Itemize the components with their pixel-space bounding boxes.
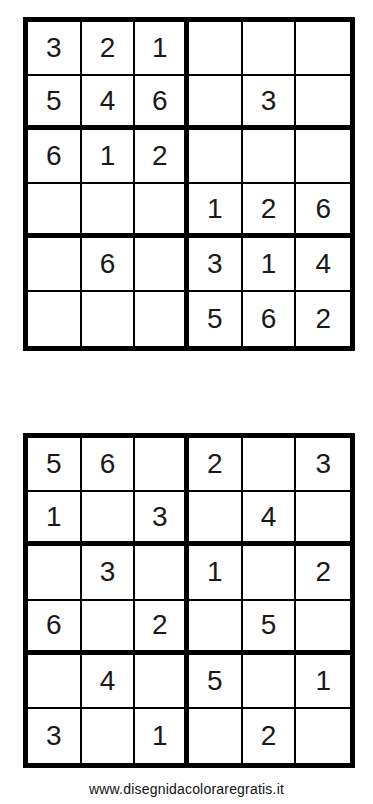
website-footer: www.disegnidacoloraregratis.it [0, 781, 373, 797]
p1-cell-r4c5: 2 [243, 184, 297, 238]
p1-cell-r2c3: 6 [135, 76, 189, 130]
p2-cell-r2c2 [82, 492, 136, 546]
p2-cell-r1c3 [135, 438, 189, 492]
p2-cell-r5c6: 1 [296, 655, 350, 709]
p1-cell-r5c4: 3 [189, 238, 243, 292]
p1-cell-r3c5 [243, 130, 297, 184]
p2-cell-r3c4: 1 [189, 546, 243, 600]
sudoku-board-1: 32154636121266314562 [23, 17, 355, 351]
p1-cell-r4c1 [28, 184, 82, 238]
p1-cell-r1c3: 1 [135, 22, 189, 76]
p1-cell-r2c6 [296, 76, 350, 130]
p2-cell-r2c5: 4 [243, 492, 297, 546]
p1-cell-r3c1: 6 [28, 130, 82, 184]
p2-cell-r2c1: 1 [28, 492, 82, 546]
p2-cell-r3c5 [243, 546, 297, 600]
sudoku-board-2: 5623134312625451312 [23, 433, 355, 768]
p1-cell-r1c2: 2 [82, 22, 136, 76]
p2-cell-r4c2 [82, 601, 136, 655]
printable-sudoku-page: 32154636121266314562 5623134312625451312… [0, 0, 373, 804]
p2-cell-r3c6: 2 [296, 546, 350, 600]
p1-cell-r1c4 [189, 22, 243, 76]
p2-cell-r1c4: 2 [189, 438, 243, 492]
p1-cell-r3c4 [189, 130, 243, 184]
p2-cell-r3c1 [28, 546, 82, 600]
p2-cell-r6c1: 3 [28, 709, 82, 763]
p1-cell-r6c4: 5 [189, 292, 243, 346]
p2-cell-r3c3 [135, 546, 189, 600]
p2-cell-r4c4 [189, 601, 243, 655]
p1-cell-r2c5: 3 [243, 76, 297, 130]
p2-cell-r4c3: 2 [135, 601, 189, 655]
p2-cell-r6c6 [296, 709, 350, 763]
p2-cell-r4c1: 6 [28, 601, 82, 655]
p1-cell-r5c1 [28, 238, 82, 292]
p2-cell-r4c5: 5 [243, 601, 297, 655]
p1-cell-r4c6: 6 [296, 184, 350, 238]
p1-cell-r6c2 [82, 292, 136, 346]
p2-cell-r2c3: 3 [135, 492, 189, 546]
p1-cell-r1c5 [243, 22, 297, 76]
p2-cell-r5c1 [28, 655, 82, 709]
p1-cell-r4c4: 1 [189, 184, 243, 238]
p2-cell-r6c4 [189, 709, 243, 763]
p2-cell-r4c6 [296, 601, 350, 655]
p1-cell-r4c3 [135, 184, 189, 238]
p2-cell-r6c5: 2 [243, 709, 297, 763]
p1-cell-r3c6 [296, 130, 350, 184]
p2-cell-r1c2: 6 [82, 438, 136, 492]
p1-cell-r5c5: 1 [243, 238, 297, 292]
p1-cell-r5c2: 6 [82, 238, 136, 292]
p2-cell-r1c5 [243, 438, 297, 492]
p1-cell-r5c6: 4 [296, 238, 350, 292]
p1-cell-r6c5: 6 [243, 292, 297, 346]
p2-cell-r6c2 [82, 709, 136, 763]
p2-cell-r5c2: 4 [82, 655, 136, 709]
p2-cell-r1c1: 5 [28, 438, 82, 492]
p1-cell-r6c1 [28, 292, 82, 346]
p2-cell-r6c3: 1 [135, 709, 189, 763]
p1-cell-r5c3 [135, 238, 189, 292]
p1-cell-r3c2: 1 [82, 130, 136, 184]
p1-cell-r2c4 [189, 76, 243, 130]
p1-cell-r2c1: 5 [28, 76, 82, 130]
p2-cell-r1c6: 3 [296, 438, 350, 492]
p2-cell-r2c4 [189, 492, 243, 546]
p1-cell-r6c6: 2 [296, 292, 350, 346]
p2-cell-r3c2: 3 [82, 546, 136, 600]
p1-cell-r6c3 [135, 292, 189, 346]
p1-cell-r1c6 [296, 22, 350, 76]
p1-cell-r3c3: 2 [135, 130, 189, 184]
p2-cell-r5c3 [135, 655, 189, 709]
p2-cell-r2c6 [296, 492, 350, 546]
p1-cell-r1c1: 3 [28, 22, 82, 76]
p2-cell-r5c4: 5 [189, 655, 243, 709]
p2-cell-r5c5 [243, 655, 297, 709]
p1-cell-r2c2: 4 [82, 76, 136, 130]
p1-cell-r4c2 [82, 184, 136, 238]
